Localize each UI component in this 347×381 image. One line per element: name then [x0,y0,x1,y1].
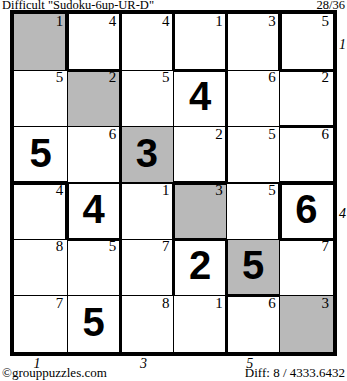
copyright-text: ©grouppuzzles.com [2,365,107,381]
difficulty-text: Diff: 8 / 4333.6432 [245,365,345,381]
row-label: 4 [339,207,346,221]
row-label: 1 [339,38,346,52]
col-label: 3 [140,357,147,371]
board-frame [10,10,337,356]
puzzle-page: { "game": "sudoku-6up (6x6 sudoku diagra… [0,0,347,381]
sudoku-board: 144135525462563256441356857257758163 [14,14,333,352]
